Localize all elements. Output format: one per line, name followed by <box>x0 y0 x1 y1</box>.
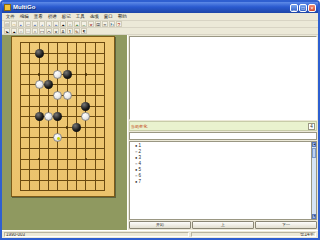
grid-line-h <box>20 190 105 191</box>
star-point <box>85 158 88 161</box>
add-black-icon[interactable]: ● <box>11 28 17 34</box>
toolbar-edit: ➤●○□△◻◇×A1✎¶ <box>2 28 160 35</box>
white-stone-icon[interactable]: ○ <box>67 21 73 27</box>
info-label: 当前变化 <box>131 124 160 129</box>
black-stone-icon[interactable]: ● <box>60 21 66 27</box>
last-move-mark <box>57 137 60 140</box>
white-stone[interactable] <box>81 112 90 121</box>
title-bar[interactable]: MultiGo _ □ × <box>2 2 160 13</box>
menu-item-7[interactable]: 窗口 <box>102 13 115 19</box>
grid-line-h <box>20 42 105 43</box>
prev-move-icon[interactable]: ‹ <box>39 21 45 27</box>
white-stone[interactable] <box>63 91 72 100</box>
black-stone[interactable] <box>72 123 81 132</box>
grid-line-h <box>20 169 105 170</box>
grid-line-h <box>20 127 105 128</box>
triangle-mark-icon[interactable]: △ <box>32 28 38 34</box>
zoom-in-icon[interactable]: + <box>74 21 80 27</box>
menu-item-3[interactable]: 棋谱 <box>46 13 59 19</box>
next-move-icon[interactable]: › <box>46 21 52 27</box>
app-icon <box>4 4 11 11</box>
grid-line-h <box>20 106 105 107</box>
move-list: ●1○2●3○4●5○6●7 <box>131 143 160 210</box>
white-stone[interactable] <box>44 112 53 121</box>
letter-mark-icon[interactable]: A <box>60 28 66 34</box>
new-file-icon[interactable]: ▤ <box>4 21 10 27</box>
grid-line-h <box>20 53 105 54</box>
star-point <box>85 73 88 76</box>
comment-icon[interactable]: ¶ <box>81 28 87 34</box>
menu-item-2[interactable]: 查看 <box>32 13 45 19</box>
delete-icon[interactable]: ✕ <box>88 21 94 27</box>
select-tool-icon[interactable]: ➤ <box>4 28 10 34</box>
number-mark-icon[interactable]: 1 <box>67 28 73 34</box>
menu-item-5[interactable]: 工具 <box>74 13 87 19</box>
white-stone[interactable] <box>53 91 62 100</box>
erase-icon[interactable]: □ <box>25 28 31 34</box>
save-icon[interactable]: ▪ <box>18 21 24 27</box>
grid-line-h <box>20 84 105 85</box>
cross-mark-icon[interactable]: × <box>53 28 59 34</box>
help-icon[interactable]: ? <box>116 21 122 27</box>
grid-line-h <box>20 180 105 181</box>
go-board[interactable] <box>11 36 115 197</box>
app-window: MultiGo _ □ × 文件编辑查看棋谱标记工具选项窗口帮助 ▤▱▪▭«‹›… <box>0 0 160 210</box>
info-field[interactable] <box>129 132 160 140</box>
open-folder-icon[interactable]: ▱ <box>11 21 17 27</box>
black-stone[interactable] <box>81 102 90 111</box>
print-icon[interactable]: ▭ <box>25 21 31 27</box>
menu-item-1[interactable]: 编辑 <box>18 13 31 19</box>
menu-item-6[interactable]: 选项 <box>88 13 101 19</box>
main-area: 当前变化 4 ●1○2●3○4●5○6●7 ▲ ▼ 开始上下一 <box>2 35 160 210</box>
black-stone[interactable] <box>53 112 62 121</box>
move-stone-icon: ● <box>135 179 137 185</box>
first-move-icon[interactable]: « <box>32 21 38 27</box>
toolbar-main: ▤▱▪▭«‹›»●○+−✕⊞≡↻? <box>2 21 160 28</box>
side-panel: 当前变化 4 ●1○2●3○4●5○6●7 ▲ ▼ 开始上下一 <box>127 35 160 210</box>
black-stone[interactable] <box>44 80 53 89</box>
move-list-item[interactable]: ●7 <box>131 179 160 185</box>
grid-line-h <box>20 63 105 64</box>
square-mark-icon[interactable]: ◻ <box>39 28 45 34</box>
black-stone[interactable] <box>35 112 44 121</box>
white-stone[interactable] <box>53 133 62 142</box>
black-stone[interactable] <box>35 49 44 58</box>
white-stone[interactable] <box>35 80 44 89</box>
add-white-icon[interactable]: ○ <box>18 28 24 34</box>
white-stone[interactable] <box>53 70 62 79</box>
info-bar: 当前变化 4 <box>129 121 160 131</box>
menu-item-4[interactable]: 标记 <box>60 13 73 19</box>
move-listbox[interactable]: ●1○2●3○4●5○6●7 ▲ ▼ <box>129 141 160 210</box>
last-move-icon[interactable]: » <box>53 21 59 27</box>
move-number: 7 <box>138 179 141 185</box>
comment-box[interactable] <box>129 36 160 120</box>
board-workspace <box>2 35 127 210</box>
black-stone[interactable] <box>63 70 72 79</box>
board-info-icon[interactable]: ⊞ <box>95 21 101 27</box>
window-title: MultiGo <box>13 4 160 11</box>
tree-view-icon[interactable]: ≡ <box>102 21 108 27</box>
zoom-out-icon[interactable]: − <box>81 21 87 27</box>
menu-item-8[interactable]: 帮助 <box>116 13 129 19</box>
menu-item-0[interactable]: 文件 <box>4 13 17 19</box>
grid-line-h <box>20 137 105 138</box>
grid-line-h <box>20 159 105 160</box>
pencil-icon[interactable]: ✎ <box>74 28 80 34</box>
grid-line-h <box>20 148 105 149</box>
rotate-icon[interactable]: ↻ <box>109 21 115 27</box>
grid-line-h <box>20 116 105 117</box>
diamond-mark-icon[interactable]: ◇ <box>46 28 52 34</box>
menu-bar: 文件编辑查看棋谱标记工具选项窗口帮助 <box>2 13 160 21</box>
